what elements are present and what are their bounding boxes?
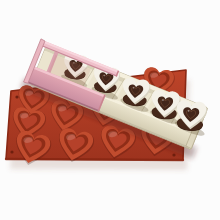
mold-corner-hole — [172, 153, 175, 156]
mold-corner-hole — [10, 150, 13, 153]
scene-canvas — [0, 0, 220, 220]
product-photo — [0, 0, 220, 220]
mold-corner-hole — [15, 95, 18, 98]
